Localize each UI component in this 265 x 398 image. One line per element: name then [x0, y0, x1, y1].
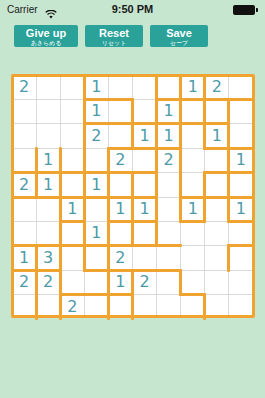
board-cell[interactable] [36, 197, 60, 221]
clue-number: 2 [12, 274, 36, 290]
board-cell[interactable] [12, 148, 36, 172]
region-border [107, 293, 134, 296]
board-cell[interactable] [108, 124, 132, 148]
board-cell[interactable] [229, 246, 253, 270]
region-border [155, 122, 182, 125]
region-border [179, 293, 206, 296]
region-border [59, 220, 86, 223]
region-border [131, 122, 158, 125]
clue-number: 2 [60, 299, 84, 315]
region-border [203, 147, 230, 150]
board-cell[interactable] [60, 246, 84, 270]
clue-number: 2 [12, 177, 36, 193]
board-cell[interactable] [181, 173, 205, 197]
board-cell[interactable] [108, 173, 132, 197]
clue-number: 1 [108, 201, 132, 217]
board-cell[interactable] [36, 221, 60, 245]
region-border [227, 244, 230, 271]
clue-number: 1 [181, 79, 205, 95]
board-cell[interactable] [60, 99, 84, 123]
give-up-button[interactable]: Give up あきらめる [14, 25, 78, 47]
region-border [35, 293, 38, 320]
board-cell[interactable] [157, 246, 181, 270]
board-cell[interactable] [108, 75, 132, 99]
board-cell[interactable] [12, 99, 36, 123]
board-cell[interactable] [181, 295, 205, 319]
clue-number: 1 [229, 152, 253, 168]
board-cell[interactable] [205, 99, 229, 123]
board-cell[interactable] [229, 270, 253, 294]
region-border [155, 269, 182, 272]
clue-number: 1 [205, 128, 229, 144]
region-border [83, 147, 86, 174]
region-border [155, 244, 182, 247]
clue-number: 1 [36, 177, 60, 193]
board-cell[interactable] [157, 197, 181, 221]
board-cell[interactable] [205, 197, 229, 221]
region-border [155, 74, 158, 101]
region-border [59, 220, 62, 247]
board-cell[interactable] [108, 99, 132, 123]
board-cell[interactable] [60, 173, 84, 197]
clue-number: 1 [133, 128, 157, 144]
region-border [83, 244, 86, 271]
board-cell[interactable] [181, 246, 205, 270]
clue-number: 1 [36, 152, 60, 168]
board-cell[interactable] [84, 148, 108, 172]
board-cell[interactable] [36, 124, 60, 148]
board-cell[interactable] [133, 75, 157, 99]
region-border [179, 171, 182, 198]
board-cell[interactable] [12, 124, 36, 148]
board-cell[interactable] [229, 99, 253, 123]
board-cell[interactable] [133, 148, 157, 172]
board-cell[interactable] [205, 270, 229, 294]
region-border [35, 244, 62, 247]
board-cell[interactable] [229, 124, 253, 148]
region-border [131, 98, 134, 125]
board-cell[interactable] [133, 173, 157, 197]
board-cell[interactable] [36, 99, 60, 123]
region-border [83, 122, 110, 125]
region-border [35, 196, 62, 199]
region-border [227, 98, 254, 101]
region-border [83, 244, 110, 247]
region-border [11, 171, 38, 174]
region-border [83, 293, 110, 296]
clue-number: 1 [229, 201, 253, 217]
puzzle-board[interactable]: 2112112111122121111111113222122 [11, 74, 255, 318]
board-cell[interactable] [181, 148, 205, 172]
region-border [203, 122, 230, 125]
region-border [227, 98, 230, 125]
region-border [131, 171, 134, 198]
board-cell[interactable] [84, 197, 108, 221]
board-cell[interactable] [133, 295, 157, 319]
clue-number: 1 [84, 79, 108, 95]
region-border [131, 171, 158, 174]
board-cell[interactable] [205, 173, 229, 197]
board-cell[interactable] [36, 75, 60, 99]
region-border [59, 244, 86, 247]
region-border [203, 171, 230, 174]
board-cell[interactable] [60, 75, 84, 99]
clock-label: 9:50 PM [0, 3, 265, 15]
region-border [107, 171, 134, 174]
give-up-label: Give up [14, 27, 78, 40]
region-border [131, 147, 158, 150]
clue-number: 1 [157, 103, 181, 119]
clue-number: 1 [84, 225, 108, 241]
clue-number: 2 [84, 128, 108, 144]
region-border [227, 244, 254, 247]
status-bar: Carrier 9:50 PM [0, 0, 265, 20]
region-border [107, 293, 110, 320]
clue-number: 1 [60, 201, 84, 217]
board-cell[interactable] [205, 295, 229, 319]
region-border [155, 220, 158, 247]
clue-number: 3 [36, 250, 60, 266]
region-border [107, 244, 134, 247]
clue-number: 1 [84, 103, 108, 119]
region-border [227, 220, 254, 223]
board-cell[interactable] [108, 221, 132, 245]
region-border [227, 171, 254, 174]
save-button[interactable]: Save セーブ [150, 25, 208, 47]
board-cell[interactable] [157, 221, 181, 245]
board-cell[interactable] [12, 221, 36, 245]
region-border [83, 171, 110, 174]
board-cell[interactable] [12, 197, 36, 221]
clue-number: 2 [108, 152, 132, 168]
board-cell[interactable] [133, 246, 157, 270]
board-cell[interactable] [205, 246, 229, 270]
battery-icon [233, 5, 255, 15]
region-border [203, 98, 230, 101]
region-border [11, 196, 38, 199]
board-cell[interactable] [84, 246, 108, 270]
region-border [179, 220, 206, 223]
board-cell[interactable] [60, 124, 84, 148]
region-border [59, 171, 86, 174]
region-border [35, 171, 62, 174]
clue-number: 2 [133, 274, 157, 290]
board-cell[interactable] [205, 221, 229, 245]
board-cell[interactable] [133, 99, 157, 123]
clue-number: 1 [12, 250, 36, 266]
board-cell[interactable] [157, 295, 181, 319]
board-cell[interactable] [181, 221, 205, 245]
clue-number: 1 [157, 128, 181, 144]
board-cell[interactable] [133, 221, 157, 245]
region-border [59, 293, 86, 296]
reset-button[interactable]: Reset リセット [85, 25, 143, 47]
region-border [107, 98, 134, 101]
clue-number: 1 [181, 201, 205, 217]
board-cell[interactable] [60, 270, 84, 294]
board-cell[interactable] [60, 221, 84, 245]
board-cell[interactable] [12, 295, 36, 319]
save-label: Save [150, 27, 208, 40]
board-cell[interactable] [108, 295, 132, 319]
give-up-sublabel: あきらめる [14, 40, 78, 47]
region-border [131, 220, 134, 247]
board-cell[interactable] [229, 221, 253, 245]
board-cell[interactable] [157, 270, 181, 294]
board-cell[interactable] [181, 124, 205, 148]
region-border [83, 269, 110, 272]
board-cell[interactable] [229, 75, 253, 99]
region-border [203, 98, 206, 125]
clue-number: 2 [108, 250, 132, 266]
region-border [131, 220, 158, 223]
clue-number: 2 [157, 152, 181, 168]
clue-number: 1 [84, 177, 108, 193]
reset-label: Reset [85, 27, 143, 40]
board-cell[interactable] [205, 148, 229, 172]
clue-number: 2 [205, 79, 229, 95]
clue-number: 1 [108, 274, 132, 290]
region-border [203, 171, 206, 198]
region-border [179, 269, 182, 296]
region-border [155, 171, 158, 198]
clue-number: 2 [36, 274, 60, 290]
board-cell[interactable] [181, 99, 205, 123]
region-border [179, 122, 206, 125]
region-border [107, 122, 134, 125]
region-border [227, 171, 230, 198]
board-cell[interactable] [60, 148, 84, 172]
board-cell[interactable] [157, 173, 181, 197]
board-cell[interactable] [229, 295, 253, 319]
board-cell[interactable] [181, 270, 205, 294]
save-sublabel: セーブ [150, 40, 208, 47]
clue-number: 2 [12, 79, 36, 95]
board-cell[interactable] [84, 295, 108, 319]
clue-number: 1 [133, 201, 157, 217]
region-border [131, 293, 134, 320]
region-border [107, 220, 134, 223]
board-cell[interactable] [157, 75, 181, 99]
region-border [11, 244, 38, 247]
region-border [203, 196, 230, 199]
board-cell[interactable] [84, 270, 108, 294]
region-border [83, 196, 110, 199]
region-border [203, 293, 206, 320]
reset-sublabel: リセット [85, 40, 143, 47]
board-cell[interactable] [229, 173, 253, 197]
region-border [179, 98, 206, 101]
toolbar: Give up あきらめる Reset リセット Save セーブ [0, 25, 265, 49]
board-cell[interactable] [36, 295, 60, 319]
region-border [131, 244, 158, 247]
